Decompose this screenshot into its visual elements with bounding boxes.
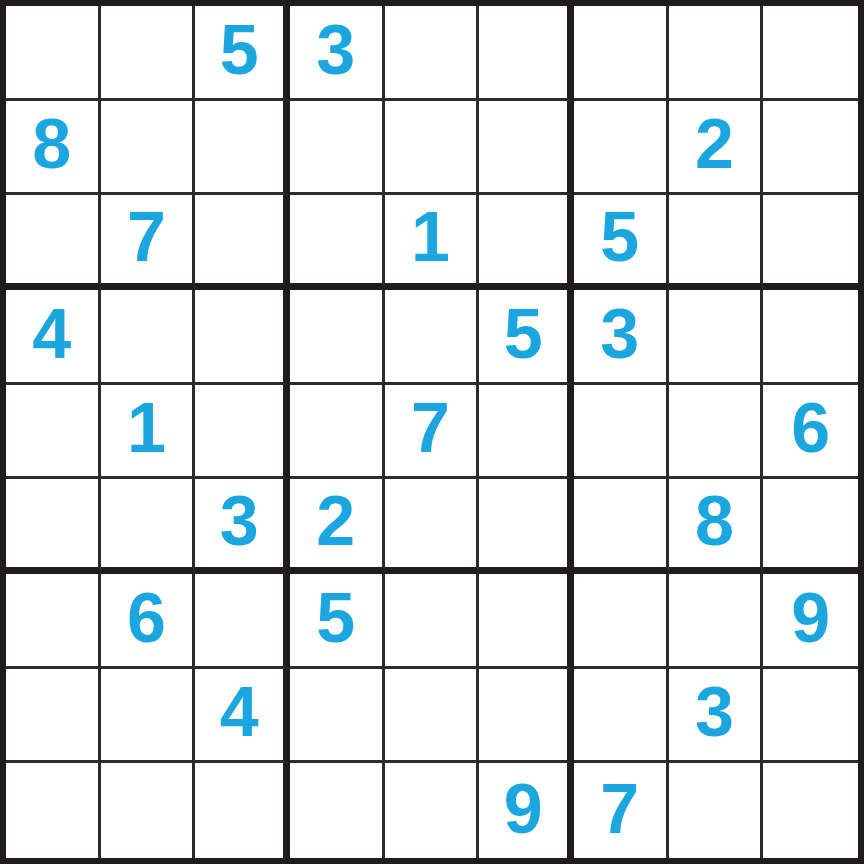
sudoku-cell-r6c3: 3 — [195, 479, 290, 574]
sudoku-cell-r8c3: 4 — [195, 669, 290, 764]
sudoku-cell-r7c6[interactable] — [479, 574, 574, 669]
sudoku-cell-r5c2: 1 — [101, 385, 196, 480]
sudoku-cell-r2c7[interactable] — [574, 101, 669, 196]
sudoku-cell-r9c9[interactable] — [763, 763, 858, 858]
sudoku-page: 53827154531763286594397 — [0, 0, 864, 864]
sudoku-cell-r1c8[interactable] — [669, 6, 764, 101]
given-digit: 8 — [695, 486, 734, 556]
sudoku-cell-r2c5[interactable] — [385, 101, 480, 196]
sudoku-cell-r5c7[interactable] — [574, 385, 669, 480]
sudoku-cell-r9c2[interactable] — [101, 763, 196, 858]
given-digit: 8 — [32, 109, 71, 179]
sudoku-cell-r2c1: 8 — [6, 101, 101, 196]
sudoku-cell-r6c2[interactable] — [101, 479, 196, 574]
given-digit: 9 — [504, 774, 543, 844]
sudoku-cell-r8c6[interactable] — [479, 669, 574, 764]
sudoku-cell-r7c4: 5 — [290, 574, 385, 669]
given-digit: 7 — [127, 202, 166, 272]
given-digit: 3 — [695, 677, 734, 747]
given-digit: 6 — [791, 393, 830, 463]
sudoku-cell-r1c1[interactable] — [6, 6, 101, 101]
sudoku-cell-r7c2: 6 — [101, 574, 196, 669]
sudoku-cell-r2c2[interactable] — [101, 101, 196, 196]
given-digit: 4 — [32, 299, 71, 369]
sudoku-cell-r3c6[interactable] — [479, 195, 574, 290]
sudoku-cell-r8c9[interactable] — [763, 669, 858, 764]
sudoku-cell-r3c3[interactable] — [195, 195, 290, 290]
sudoku-cell-r7c8[interactable] — [669, 574, 764, 669]
sudoku-cell-r6c1[interactable] — [6, 479, 101, 574]
given-digit: 1 — [127, 393, 166, 463]
sudoku-cell-r3c5: 1 — [385, 195, 480, 290]
sudoku-cell-r6c5[interactable] — [385, 479, 480, 574]
sudoku-cell-r7c3[interactable] — [195, 574, 290, 669]
sudoku-cell-r2c3[interactable] — [195, 101, 290, 196]
given-digit: 5 — [316, 583, 355, 653]
sudoku-cell-r8c4[interactable] — [290, 669, 385, 764]
sudoku-cell-r8c7[interactable] — [574, 669, 669, 764]
sudoku-cell-r6c4: 2 — [290, 479, 385, 574]
given-digit: 5 — [220, 15, 259, 85]
sudoku-cell-r9c8[interactable] — [669, 763, 764, 858]
sudoku-cell-r5c9: 6 — [763, 385, 858, 480]
sudoku-cell-r5c4[interactable] — [290, 385, 385, 480]
sudoku-cell-r8c1[interactable] — [6, 669, 101, 764]
sudoku-cell-r1c7[interactable] — [574, 6, 669, 101]
given-digit: 7 — [600, 774, 639, 844]
given-digit: 3 — [220, 486, 259, 556]
sudoku-cell-r5c1[interactable] — [6, 385, 101, 480]
sudoku-cell-r6c6[interactable] — [479, 479, 574, 574]
sudoku-cell-r1c4: 3 — [290, 6, 385, 101]
sudoku-cell-r2c4[interactable] — [290, 101, 385, 196]
given-digit: 4 — [220, 677, 259, 747]
sudoku-cell-r6c8: 8 — [669, 479, 764, 574]
sudoku-cell-r6c9[interactable] — [763, 479, 858, 574]
sudoku-cell-r1c9[interactable] — [763, 6, 858, 101]
sudoku-cell-r7c9: 9 — [763, 574, 858, 669]
sudoku-cell-r9c3[interactable] — [195, 763, 290, 858]
sudoku-cell-r7c1[interactable] — [6, 574, 101, 669]
sudoku-cell-r4c9[interactable] — [763, 290, 858, 385]
sudoku-cell-r4c3[interactable] — [195, 290, 290, 385]
sudoku-cell-r4c4[interactable] — [290, 290, 385, 385]
sudoku-cell-r8c5[interactable] — [385, 669, 480, 764]
sudoku-cell-r4c8[interactable] — [669, 290, 764, 385]
sudoku-cell-r3c2: 7 — [101, 195, 196, 290]
given-digit: 6 — [127, 583, 166, 653]
sudoku-cell-r6c7[interactable] — [574, 479, 669, 574]
given-digit: 2 — [316, 486, 355, 556]
given-digit: 3 — [600, 299, 639, 369]
sudoku-cell-r1c6[interactable] — [479, 6, 574, 101]
sudoku-cell-r3c9[interactable] — [763, 195, 858, 290]
sudoku-cell-r7c7[interactable] — [574, 574, 669, 669]
given-digit: 1 — [411, 202, 450, 272]
sudoku-cell-r5c8[interactable] — [669, 385, 764, 480]
sudoku-cell-r7c5[interactable] — [385, 574, 480, 669]
sudoku-cell-r5c5: 7 — [385, 385, 480, 480]
sudoku-cell-r3c1[interactable] — [6, 195, 101, 290]
sudoku-cell-r9c1[interactable] — [6, 763, 101, 858]
given-digit: 5 — [504, 299, 543, 369]
sudoku-cell-r9c4[interactable] — [290, 763, 385, 858]
given-digit: 3 — [316, 15, 355, 85]
sudoku-cell-r3c7: 5 — [574, 195, 669, 290]
sudoku-cell-r4c6: 5 — [479, 290, 574, 385]
sudoku-cell-r9c6: 9 — [479, 763, 574, 858]
given-digit: 9 — [791, 583, 830, 653]
sudoku-cell-r2c8: 2 — [669, 101, 764, 196]
sudoku-cell-r1c5[interactable] — [385, 6, 480, 101]
sudoku-cell-r4c7: 3 — [574, 290, 669, 385]
sudoku-cell-r4c1: 4 — [6, 290, 101, 385]
sudoku-cell-r3c8[interactable] — [669, 195, 764, 290]
sudoku-board: 53827154531763286594397 — [0, 0, 864, 864]
given-digit: 5 — [600, 202, 639, 272]
given-digit: 2 — [695, 109, 734, 179]
sudoku-cell-r4c5[interactable] — [385, 290, 480, 385]
sudoku-cell-r5c3[interactable] — [195, 385, 290, 480]
given-digit: 7 — [411, 393, 450, 463]
sudoku-cell-r2c6[interactable] — [479, 101, 574, 196]
sudoku-cell-r1c3: 5 — [195, 6, 290, 101]
sudoku-cell-r2c9[interactable] — [763, 101, 858, 196]
sudoku-cell-r8c8: 3 — [669, 669, 764, 764]
sudoku-cell-r9c7: 7 — [574, 763, 669, 858]
sudoku-cell-r3c4[interactable] — [290, 195, 385, 290]
sudoku-cell-r4c2[interactable] — [101, 290, 196, 385]
sudoku-cell-r1c2[interactable] — [101, 6, 196, 101]
sudoku-cell-r5c6[interactable] — [479, 385, 574, 480]
sudoku-cell-r8c2[interactable] — [101, 669, 196, 764]
sudoku-cell-r9c5[interactable] — [385, 763, 480, 858]
